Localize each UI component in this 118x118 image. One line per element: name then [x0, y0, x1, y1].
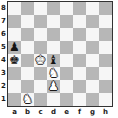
square-f3[interactable]	[73, 67, 86, 80]
square-g4[interactable]	[86, 54, 99, 67]
square-e5[interactable]	[60, 41, 73, 54]
white-pawn-icon: ♟	[48, 80, 59, 93]
white-knight-icon: ♞	[48, 67, 59, 80]
square-e4[interactable]	[60, 54, 73, 67]
square-d2[interactable]: ♟	[47, 80, 60, 93]
rank-label-7: 7	[0, 15, 7, 28]
square-g7[interactable]	[86, 15, 99, 28]
chess-board: ♟♚♚♝♞♟♞	[7, 1, 113, 107]
white-knight-icon: ♞	[22, 93, 33, 106]
rank-label-8: 8	[0, 2, 7, 15]
square-c6[interactable]	[34, 28, 47, 41]
square-f5[interactable]	[73, 41, 86, 54]
square-a8[interactable]	[8, 2, 21, 15]
black-pawn-icon: ♟	[9, 41, 20, 54]
square-h8[interactable]	[99, 2, 112, 15]
rank-labels: 87654321	[0, 2, 7, 106]
rank-label-5: 5	[0, 41, 7, 54]
square-c5[interactable]	[34, 41, 47, 54]
chess-diagram: 87654321 ♟♚♚♝♞♟♞ abcdefgh	[0, 0, 118, 117]
square-e8[interactable]	[60, 2, 73, 15]
square-a4[interactable]: ♚	[8, 54, 21, 67]
square-b7[interactable]	[21, 15, 34, 28]
square-b4[interactable]	[21, 54, 34, 67]
rank-label-6: 6	[0, 28, 7, 41]
square-g3[interactable]	[86, 67, 99, 80]
square-c2[interactable]	[34, 80, 47, 93]
square-b8[interactable]	[21, 2, 34, 15]
rank-label-2: 2	[0, 80, 7, 93]
file-label-g: g	[86, 107, 99, 117]
square-h6[interactable]	[99, 28, 112, 41]
square-g1[interactable]	[86, 93, 99, 106]
file-label-b: b	[21, 107, 34, 117]
square-d6[interactable]	[47, 28, 60, 41]
rank-label-3: 3	[0, 67, 7, 80]
square-h4[interactable]	[99, 54, 112, 67]
square-f2[interactable]	[73, 80, 86, 93]
file-label-d: d	[47, 107, 60, 117]
square-d8[interactable]	[47, 2, 60, 15]
square-f1[interactable]	[73, 93, 86, 106]
file-label-a: a	[8, 107, 21, 117]
square-f4[interactable]	[73, 54, 86, 67]
square-b2[interactable]	[21, 80, 34, 93]
square-e7[interactable]	[60, 15, 73, 28]
square-g2[interactable]	[86, 80, 99, 93]
square-b1[interactable]: ♞	[21, 93, 34, 106]
square-e1[interactable]	[60, 93, 73, 106]
square-d4[interactable]: ♝	[47, 54, 60, 67]
square-c1[interactable]	[34, 93, 47, 106]
square-c4[interactable]: ♚	[34, 54, 47, 67]
square-d5[interactable]	[47, 41, 60, 54]
square-b6[interactable]	[21, 28, 34, 41]
square-h3[interactable]	[99, 67, 112, 80]
square-a6[interactable]	[8, 28, 21, 41]
square-c7[interactable]	[34, 15, 47, 28]
square-a5[interactable]: ♟	[8, 41, 21, 54]
file-labels: abcdefgh	[8, 107, 118, 117]
black-king-icon: ♚	[9, 54, 20, 67]
square-g5[interactable]	[86, 41, 99, 54]
square-c8[interactable]	[34, 2, 47, 15]
white-king-icon: ♚	[35, 54, 46, 67]
square-h5[interactable]	[99, 41, 112, 54]
square-a2[interactable]	[8, 80, 21, 93]
black-bishop-icon: ♝	[48, 54, 59, 67]
square-f6[interactable]	[73, 28, 86, 41]
file-label-c: c	[34, 107, 47, 117]
square-h2[interactable]	[99, 80, 112, 93]
square-d7[interactable]	[47, 15, 60, 28]
square-g8[interactable]	[86, 2, 99, 15]
file-label-e: e	[60, 107, 73, 117]
square-h7[interactable]	[99, 15, 112, 28]
board-with-ranks: 87654321 ♟♚♚♝♞♟♞	[0, 1, 118, 107]
square-c3[interactable]	[34, 67, 47, 80]
rank-label-1: 1	[0, 93, 7, 106]
square-f8[interactable]	[73, 2, 86, 15]
square-h1[interactable]	[99, 93, 112, 106]
square-b3[interactable]	[21, 67, 34, 80]
rank-label-4: 4	[0, 54, 7, 67]
square-f7[interactable]	[73, 15, 86, 28]
square-e3[interactable]	[60, 67, 73, 80]
square-e2[interactable]	[60, 80, 73, 93]
square-a3[interactable]	[8, 67, 21, 80]
square-e6[interactable]	[60, 28, 73, 41]
square-b5[interactable]	[21, 41, 34, 54]
square-g6[interactable]	[86, 28, 99, 41]
square-d1[interactable]	[47, 93, 60, 106]
square-a7[interactable]	[8, 15, 21, 28]
square-d3[interactable]: ♞	[47, 67, 60, 80]
file-label-h: h	[99, 107, 112, 117]
square-a1[interactable]	[8, 93, 21, 106]
file-label-f: f	[73, 107, 86, 117]
